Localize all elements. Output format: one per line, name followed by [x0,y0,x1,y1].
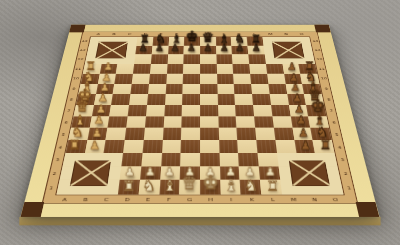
piece-gold_left-pawn[interactable]: ♟ [91,126,102,138]
square[interactable] [116,64,134,74]
corner-square [102,152,123,165]
corner-square [315,152,337,165]
coordinate-label: 3 [336,153,350,166]
inlay-x-line [292,160,326,185]
square[interactable] [144,127,164,139]
square[interactable] [200,54,216,63]
corner-inlay-diamond [70,160,110,185]
square[interactable]: ♟ [184,45,200,54]
corner-block [21,201,45,216]
square[interactable] [271,104,290,115]
square[interactable] [217,83,235,93]
square[interactable] [183,73,200,83]
piece-gold_left-rook[interactable]: ♜ [69,138,81,151]
square[interactable] [182,94,200,105]
coordinate-label: 14 [79,36,90,45]
square[interactable]: ♜ [313,140,335,153]
coordinate-label: 12 [314,54,325,63]
coordinate-label: 14 [310,36,321,45]
piece-gold_left-pawn[interactable]: ♟ [97,92,107,103]
piece-dark_top-pawn[interactable]: ♟ [139,43,148,53]
square[interactable]: ♟ [85,140,106,153]
coordinate-label: D [116,195,138,203]
square[interactable] [123,140,143,153]
square[interactable]: ♞ [240,179,261,193]
square[interactable]: ♛ [179,179,199,193]
square[interactable] [150,64,167,74]
square[interactable] [132,73,150,83]
square[interactable] [163,116,182,128]
inlay-x-line [289,160,329,185]
piece-brown_right-pawn[interactable]: ♟ [296,114,306,125]
piece-gold_left-pawn[interactable]: ♟ [89,139,100,151]
square[interactable] [134,54,151,63]
coordinate-label: K [241,195,262,203]
coordinate-label: O [293,31,310,36]
chess-board: ABCDEFGHIKLMNO ABCDEFGHIKLMNO 1413121110… [21,24,380,216]
square[interactable] [256,140,276,153]
coordinate-label: L [262,195,284,203]
piece-brown_right-pawn[interactable]: ♟ [298,126,309,138]
square[interactable] [219,140,239,153]
square[interactable] [249,64,267,74]
square[interactable] [237,127,257,139]
piece-white_bottom-bishop[interactable]: ♝ [224,177,238,192]
square[interactable] [252,94,271,105]
square[interactable] [217,73,234,83]
square[interactable]: ♟ [248,45,265,54]
piece-brown_right-pawn[interactable]: ♟ [300,139,311,151]
square[interactable] [255,127,275,139]
piece-gold_left-knight[interactable]: ♞ [71,124,83,138]
coordinate-label: 4 [333,140,347,153]
square[interactable]: ♞ [138,179,159,193]
coordinate-label: 10 [318,73,330,83]
square[interactable] [126,116,146,128]
square[interactable] [181,127,200,139]
coordinate-label: N [278,31,294,36]
coordinate-label: 1 [342,180,357,195]
square[interactable] [233,64,250,74]
screenshot-root: { "game": "four-player chess (four-hande… [0,0,400,245]
piece-dark_top-pawn[interactable]: ♟ [171,43,180,53]
coordinate-label: G [179,195,200,203]
piece-brown_right-knight[interactable]: ♞ [316,124,328,138]
square[interactable]: ♝ [159,179,180,193]
piece-dark_top-pawn[interactable]: ♟ [252,43,261,53]
file-labels-bottom: ABCDEFGHIKLMNO [53,195,346,203]
corner-square [63,152,85,165]
square[interactable] [200,127,219,139]
inlay-x-line [70,160,110,185]
piece-brown_right-pawn[interactable]: ♟ [293,92,303,103]
piece-white_bottom-knight[interactable]: ♞ [142,177,156,192]
square[interactable] [183,83,200,93]
square[interactable] [113,83,132,93]
square[interactable] [234,83,252,93]
square[interactable] [146,104,165,115]
square[interactable] [184,54,200,63]
square[interactable] [267,73,285,83]
square[interactable] [162,127,181,139]
coordinate-label: 13 [312,45,323,54]
square[interactable] [183,64,200,74]
square[interactable] [110,104,129,115]
square[interactable] [254,116,274,128]
concrete-floor-background: ABCDEFGHIKLMNO ABCDEFGHIKLMNO 1413121110… [0,0,400,245]
piece-white_bottom-rook[interactable]: ♜ [266,178,278,192]
square[interactable] [181,140,200,153]
square[interactable] [253,104,272,115]
piece-white_bottom-queen[interactable]: ♛ [182,175,198,192]
corner-block [356,201,380,216]
coordinate-label: 9 [320,83,332,94]
piece-dark_top-pawn[interactable]: ♟ [155,43,164,53]
square[interactable] [235,104,254,115]
square[interactable]: ♟ [232,45,249,54]
coordinate-label: A [90,31,107,36]
square[interactable] [129,94,148,105]
square[interactable] [200,116,218,128]
square[interactable] [218,116,237,128]
corner-square [296,152,318,165]
file-labels-top: ABCDEFGHIKLMNO [90,31,310,36]
piece-dark_top-pawn[interactable]: ♟ [236,43,245,53]
coordinate-label: I [221,195,242,203]
square[interactable] [235,94,253,105]
square[interactable] [165,94,183,105]
coordinate-label: 13 [77,45,88,54]
square[interactable] [200,94,218,105]
square[interactable] [232,54,249,63]
square[interactable] [167,64,184,74]
square[interactable] [200,104,218,115]
corner-block [314,24,331,32]
square[interactable] [130,83,148,93]
coordinate-label: 12 [75,54,86,63]
board-playing-field: ♜♞♝♚♛♝♞♜♟♟♟♟♟♟♟♟♜♟♟♜♞♟♟♞♝♟♟♝♚♟♟♛♛♟♟♚♝♟♟♝… [55,36,345,195]
piece-white_bottom-pawn[interactable]: ♟ [265,165,276,177]
square[interactable] [115,73,133,83]
piece-gold_left-pawn[interactable]: ♟ [93,114,103,125]
coordinate-label: N [303,195,325,203]
square[interactable]: ♟ [200,45,216,54]
coordinate-label: M [283,195,305,203]
coordinate-label: 11 [316,63,328,73]
square[interactable] [148,83,166,93]
square[interactable] [218,104,236,115]
piece-white_bottom-bishop[interactable]: ♝ [162,177,176,192]
piece-dark_top-pawn[interactable]: ♟ [187,43,196,53]
square[interactable] [268,83,287,93]
piece-white_bottom-knight[interactable]: ♞ [245,177,259,192]
square[interactable]: ♚ [200,179,221,193]
piece-dark_top-pawn[interactable]: ♟ [220,43,229,53]
coordinate-label: C [95,195,117,203]
square[interactable]: ♟ [294,140,315,153]
piece-white_bottom-king[interactable]: ♚ [202,174,219,193]
square[interactable] [108,116,128,128]
piece-gold_left-pawn[interactable]: ♟ [95,103,105,114]
square[interactable] [162,140,182,153]
square[interactable] [236,116,255,128]
square[interactable]: ♟ [135,45,152,54]
square[interactable] [104,140,125,153]
square[interactable] [200,140,219,153]
square[interactable] [274,127,294,139]
square[interactable] [218,127,237,139]
square[interactable] [217,94,235,105]
coordinate-label: F [158,195,179,203]
square[interactable] [125,127,145,139]
square[interactable] [111,94,130,105]
coordinate-label: A [53,195,76,203]
square[interactable] [269,94,288,105]
square[interactable] [167,54,184,63]
inlay-x-line [74,160,108,185]
square[interactable] [128,104,147,115]
square[interactable]: ♟ [216,45,232,54]
piece-white_bottom-pawn[interactable]: ♟ [124,165,135,177]
corner-square [277,152,298,165]
square[interactable] [200,64,217,74]
square[interactable]: ♝ [220,179,241,193]
square[interactable] [275,140,296,153]
square[interactable] [233,73,251,83]
square[interactable] [272,116,292,128]
square[interactable] [182,104,200,115]
coordinate-label: O [324,195,347,203]
square[interactable] [238,140,258,153]
coordinate-label: C [121,31,137,36]
coordinate-label: E [137,195,158,203]
square[interactable] [266,64,284,74]
coordinate-label: M [262,31,278,36]
square[interactable] [248,54,265,63]
piece-brown_right-rook[interactable]: ♜ [319,138,331,151]
square[interactable] [145,116,164,128]
square[interactable]: ♟ [152,45,169,54]
piece-dark_top-pawn[interactable]: ♟ [204,43,213,53]
coordinate-label: B [74,195,96,203]
coordinate-label: B [106,31,122,36]
square[interactable] [182,116,200,128]
square[interactable] [200,83,217,93]
square[interactable] [216,54,233,63]
square[interactable] [142,140,162,153]
square[interactable] [250,73,268,83]
square[interactable]: ♜ [66,140,88,153]
square[interactable] [106,127,126,139]
piece-brown_right-pawn[interactable]: ♟ [294,103,304,114]
square[interactable] [149,73,167,83]
square[interactable]: ♜ [260,179,282,193]
square[interactable] [251,83,269,93]
square[interactable] [165,83,183,93]
corner-inlay-diamond [289,160,329,185]
square[interactable]: ♜ [118,179,140,193]
coordinate-label: 6 [327,116,340,128]
square[interactable]: ♟ [168,45,184,54]
square[interactable] [151,54,168,63]
square[interactable] [200,73,217,83]
coordinate-label: 5 [330,128,343,140]
square[interactable] [216,64,233,74]
square[interactable] [133,64,151,74]
square[interactable] [147,94,165,105]
corner-square [82,152,104,165]
square[interactable] [164,104,182,115]
coordinate-label: 2 [339,166,353,180]
piece-white_bottom-rook[interactable]: ♜ [122,178,134,192]
coordinate-label: H [200,195,221,203]
corner-block [69,24,86,32]
square[interactable] [166,73,183,83]
